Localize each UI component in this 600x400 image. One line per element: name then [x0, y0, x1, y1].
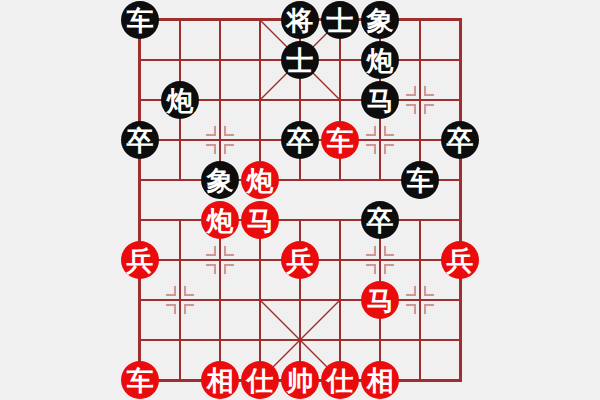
red-elephant[interactable]: 相	[361, 361, 399, 399]
board-point[interactable]	[400, 320, 440, 360]
board-point[interactable]	[440, 360, 480, 400]
board-point[interactable]: 卒	[440, 120, 480, 160]
board-point[interactable]	[120, 160, 160, 200]
board-point[interactable]: 卒	[360, 200, 400, 240]
board-point[interactable]	[160, 160, 200, 200]
xiangqi-board-screen: 车将士象士炮炮马卒卒车卒象炮车炮马卒兵兵兵马车相仕帅仕相	[0, 0, 600, 400]
board-point[interactable]: 将	[280, 0, 320, 40]
board-point[interactable]: 炮	[360, 40, 400, 80]
board-point[interactable]: 仕	[240, 360, 280, 400]
board-point[interactable]	[400, 200, 440, 240]
board-point[interactable]	[320, 200, 360, 240]
red-cannon[interactable]: 炮	[201, 201, 239, 239]
board-point[interactable]	[120, 200, 160, 240]
board-point[interactable]	[400, 0, 440, 40]
board-point[interactable]	[280, 200, 320, 240]
board-point[interactable]	[400, 120, 440, 160]
board-point[interactable]	[320, 160, 360, 200]
board-point[interactable]: 炮	[200, 200, 240, 240]
board-point[interactable]: 象	[200, 160, 240, 200]
board-point[interactable]	[400, 40, 440, 80]
board-grid: 车将士象士炮炮马卒卒车卒象炮车炮马卒兵兵兵马车相仕帅仕相	[120, 0, 480, 400]
board-point[interactable]: 车	[120, 360, 160, 400]
board-point[interactable]: 帅	[280, 360, 320, 400]
board-point[interactable]	[240, 80, 280, 120]
red-soldier[interactable]: 兵	[281, 241, 319, 279]
board-point[interactable]: 马	[360, 80, 400, 120]
board-point[interactable]	[440, 200, 480, 240]
board-point[interactable]	[200, 280, 240, 320]
board-point[interactable]: 仕	[320, 360, 360, 400]
red-advisor[interactable]: 仕	[321, 361, 359, 399]
black-soldier[interactable]: 卒	[281, 121, 319, 159]
red-advisor[interactable]: 仕	[241, 361, 279, 399]
board-point[interactable]	[160, 200, 200, 240]
black-chariot[interactable]: 车	[121, 1, 159, 39]
board-point[interactable]	[360, 160, 400, 200]
black-soldier[interactable]: 卒	[441, 121, 479, 159]
board-point[interactable]	[200, 320, 240, 360]
black-cannon[interactable]: 炮	[161, 81, 199, 119]
board-point[interactable]	[440, 160, 480, 200]
black-horse[interactable]: 马	[361, 81, 399, 119]
board-point[interactable]	[440, 320, 480, 360]
board-point[interactable]	[280, 320, 320, 360]
board-point[interactable]	[200, 80, 240, 120]
board-point[interactable]	[240, 120, 280, 160]
board-point[interactable]	[160, 320, 200, 360]
board-point[interactable]: 象	[360, 0, 400, 40]
black-elephant[interactable]: 象	[361, 1, 399, 39]
board-point[interactable]	[160, 120, 200, 160]
board-point[interactable]	[360, 120, 400, 160]
board-point[interactable]	[320, 240, 360, 280]
red-horse[interactable]: 马	[241, 201, 279, 239]
board-point[interactable]	[200, 0, 240, 40]
board-point[interactable]: 卒	[280, 120, 320, 160]
board-point[interactable]	[240, 280, 280, 320]
board-point[interactable]	[360, 240, 400, 280]
board-point[interactable]	[160, 360, 200, 400]
board-point[interactable]	[400, 360, 440, 400]
black-chariot[interactable]: 车	[401, 161, 439, 199]
board-point[interactable]: 车	[400, 160, 440, 200]
board-point[interactable]	[320, 80, 360, 120]
red-cannon[interactable]: 炮	[241, 161, 279, 199]
board-point[interactable]	[160, 0, 200, 40]
board-point[interactable]: 车	[120, 0, 160, 40]
board-point[interactable]: 炮	[160, 80, 200, 120]
red-horse[interactable]: 马	[361, 281, 399, 319]
board-point[interactable]	[400, 80, 440, 120]
black-general[interactable]: 将	[281, 1, 319, 39]
board-point[interactable]: 卒	[120, 120, 160, 160]
board-point[interactable]	[120, 40, 160, 80]
black-soldier[interactable]: 卒	[121, 121, 159, 159]
black-advisor[interactable]: 士	[281, 41, 319, 79]
board-point[interactable]	[240, 240, 280, 280]
black-soldier[interactable]: 卒	[361, 201, 399, 239]
board-point[interactable]	[320, 40, 360, 80]
board-point[interactable]	[240, 40, 280, 80]
board-point[interactable]	[200, 120, 240, 160]
board-point[interactable]: 兵	[120, 240, 160, 280]
board-point[interactable]	[120, 80, 160, 120]
board-point[interactable]: 相	[360, 360, 400, 400]
board-point[interactable]	[280, 80, 320, 120]
board-point[interactable]	[440, 40, 480, 80]
board-point[interactable]	[200, 240, 240, 280]
board-point[interactable]: 兵	[440, 240, 480, 280]
board-point[interactable]: 车	[320, 120, 360, 160]
board-point[interactable]: 炮	[240, 160, 280, 200]
board-point[interactable]	[440, 280, 480, 320]
board-point[interactable]	[200, 40, 240, 80]
black-elephant[interactable]: 象	[201, 161, 239, 199]
board-point[interactable]: 马	[360, 280, 400, 320]
red-soldier[interactable]: 兵	[121, 241, 159, 279]
red-chariot[interactable]: 车	[121, 361, 159, 399]
board-point[interactable]	[400, 240, 440, 280]
black-advisor[interactable]: 士	[321, 1, 359, 39]
board-point[interactable]	[320, 320, 360, 360]
board-point[interactable]	[160, 40, 200, 80]
red-chariot[interactable]: 车	[321, 121, 359, 159]
board-point[interactable]: 相	[200, 360, 240, 400]
board-point[interactable]	[280, 160, 320, 200]
board-point[interactable]	[360, 320, 400, 360]
board-point[interactable]: 马	[240, 200, 280, 240]
board-point[interactable]: 士	[320, 0, 360, 40]
board-point[interactable]: 兵	[280, 240, 320, 280]
red-general[interactable]: 帅	[281, 361, 319, 399]
board-point[interactable]	[160, 280, 200, 320]
board-point[interactable]	[400, 280, 440, 320]
board-point[interactable]	[120, 280, 160, 320]
board-point[interactable]	[160, 240, 200, 280]
board-point[interactable]	[320, 280, 360, 320]
board-point[interactable]	[240, 320, 280, 360]
red-elephant[interactable]: 相	[201, 361, 239, 399]
board-point[interactable]: 士	[280, 40, 320, 80]
board-point[interactable]	[440, 0, 480, 40]
board-point[interactable]	[280, 280, 320, 320]
board-point[interactable]	[240, 0, 280, 40]
red-soldier[interactable]: 兵	[441, 241, 479, 279]
black-cannon[interactable]: 炮	[361, 41, 399, 79]
board-point[interactable]	[440, 80, 480, 120]
board-point[interactable]	[120, 320, 160, 360]
